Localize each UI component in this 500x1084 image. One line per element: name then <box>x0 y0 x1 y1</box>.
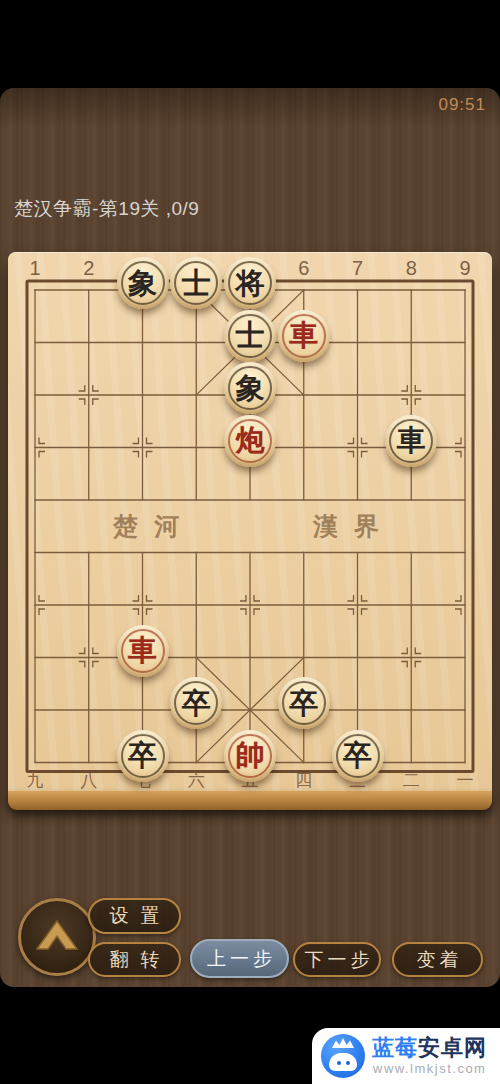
piece-red-車[interactable]: 車 <box>117 625 169 677</box>
river-label-chu: 楚河 <box>113 510 195 543</box>
piece-red-炮[interactable]: 炮 <box>224 415 276 467</box>
collapse-menu-button[interactable] <box>18 898 96 976</box>
phone-screen: 09:51 楚汉争霸-第19关 ,0/9 123456789 九八七六五四三二一… <box>0 0 500 1084</box>
brand-blue-text: 蓝莓 <box>372 1035 418 1060</box>
file-label: 八 <box>74 769 104 792</box>
piece-black-象[interactable]: 象 <box>224 362 276 414</box>
clock-time: 09:51 <box>438 95 486 115</box>
file-label: 8 <box>396 257 426 280</box>
piece-black-卒[interactable]: 卒 <box>117 730 169 782</box>
chevron-up-icon <box>21 901 93 973</box>
piece-black-将[interactable]: 将 <box>224 257 276 309</box>
blueberry-logo-icon <box>321 1034 365 1078</box>
piece-black-士[interactable]: 士 <box>224 310 276 362</box>
file-label: 6 <box>289 257 319 280</box>
crown-icon <box>332 1038 354 1048</box>
previous-move-button[interactable]: 上一步 <box>190 939 289 978</box>
piece-black-卒[interactable]: 卒 <box>332 730 384 782</box>
file-label: 九 <box>20 769 50 792</box>
file-label: 7 <box>343 257 373 280</box>
settings-button[interactable]: 设置 <box>88 898 181 934</box>
xiangqi-board[interactable]: 123456789 九八七六五四三二一 楚河 漢界 象士将士車象炮車車卒卒卒帥卒 <box>8 252 492 810</box>
piece-black-車[interactable]: 車 <box>385 415 437 467</box>
river-label-han: 漢界 <box>313 510 395 543</box>
piece-black-卒[interactable]: 卒 <box>170 677 222 729</box>
xiangqi-app: 09:51 楚汉争霸-第19关 ,0/9 123456789 九八七六五四三二一… <box>0 88 500 987</box>
piece-red-車[interactable]: 車 <box>278 310 330 362</box>
variation-button[interactable]: 变着 <box>392 942 483 977</box>
piece-black-卒[interactable]: 卒 <box>278 677 330 729</box>
piece-red-帥[interactable]: 帥 <box>224 730 276 782</box>
watermark-url: www.lmkjst.com <box>373 1061 486 1076</box>
file-label: 9 <box>450 257 480 280</box>
next-move-button[interactable]: 下一步 <box>293 942 381 977</box>
file-label: 一 <box>450 769 480 792</box>
watermark-brand: 蓝莓安卓网 <box>372 1033 487 1063</box>
watermark-badge: 蓝莓安卓网 www.lmkjst.com <box>312 1028 500 1084</box>
file-label: 二 <box>396 769 426 792</box>
file-label: 1 <box>20 257 50 280</box>
robot-face-icon <box>329 1053 357 1071</box>
board-edge <box>8 791 492 810</box>
flip-board-button[interactable]: 翻转 <box>88 942 181 977</box>
brand-dark-text: 安卓网 <box>418 1035 487 1060</box>
level-title: 楚汉争霸-第19关 ,0/9 <box>14 196 199 222</box>
file-label: 四 <box>289 769 319 792</box>
piece-black-士[interactable]: 士 <box>170 257 222 309</box>
file-label: 六 <box>181 769 211 792</box>
piece-black-象[interactable]: 象 <box>117 257 169 309</box>
file-label: 2 <box>74 257 104 280</box>
status-bar <box>0 88 500 128</box>
